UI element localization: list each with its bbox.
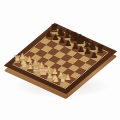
black-pawn[interactable]: ♟ xyxy=(45,30,52,38)
chess-set-photo: ♜♞♝♛♚♝♞♜♟♟♟♟♟♟♟♟♟♟♟♟♟♟♟♟♜♞♝♛♚♝♞♜ xyxy=(0,0,120,120)
white-rook[interactable]: ♜ xyxy=(58,75,67,85)
black-pawn[interactable]: ♟ xyxy=(90,51,97,59)
